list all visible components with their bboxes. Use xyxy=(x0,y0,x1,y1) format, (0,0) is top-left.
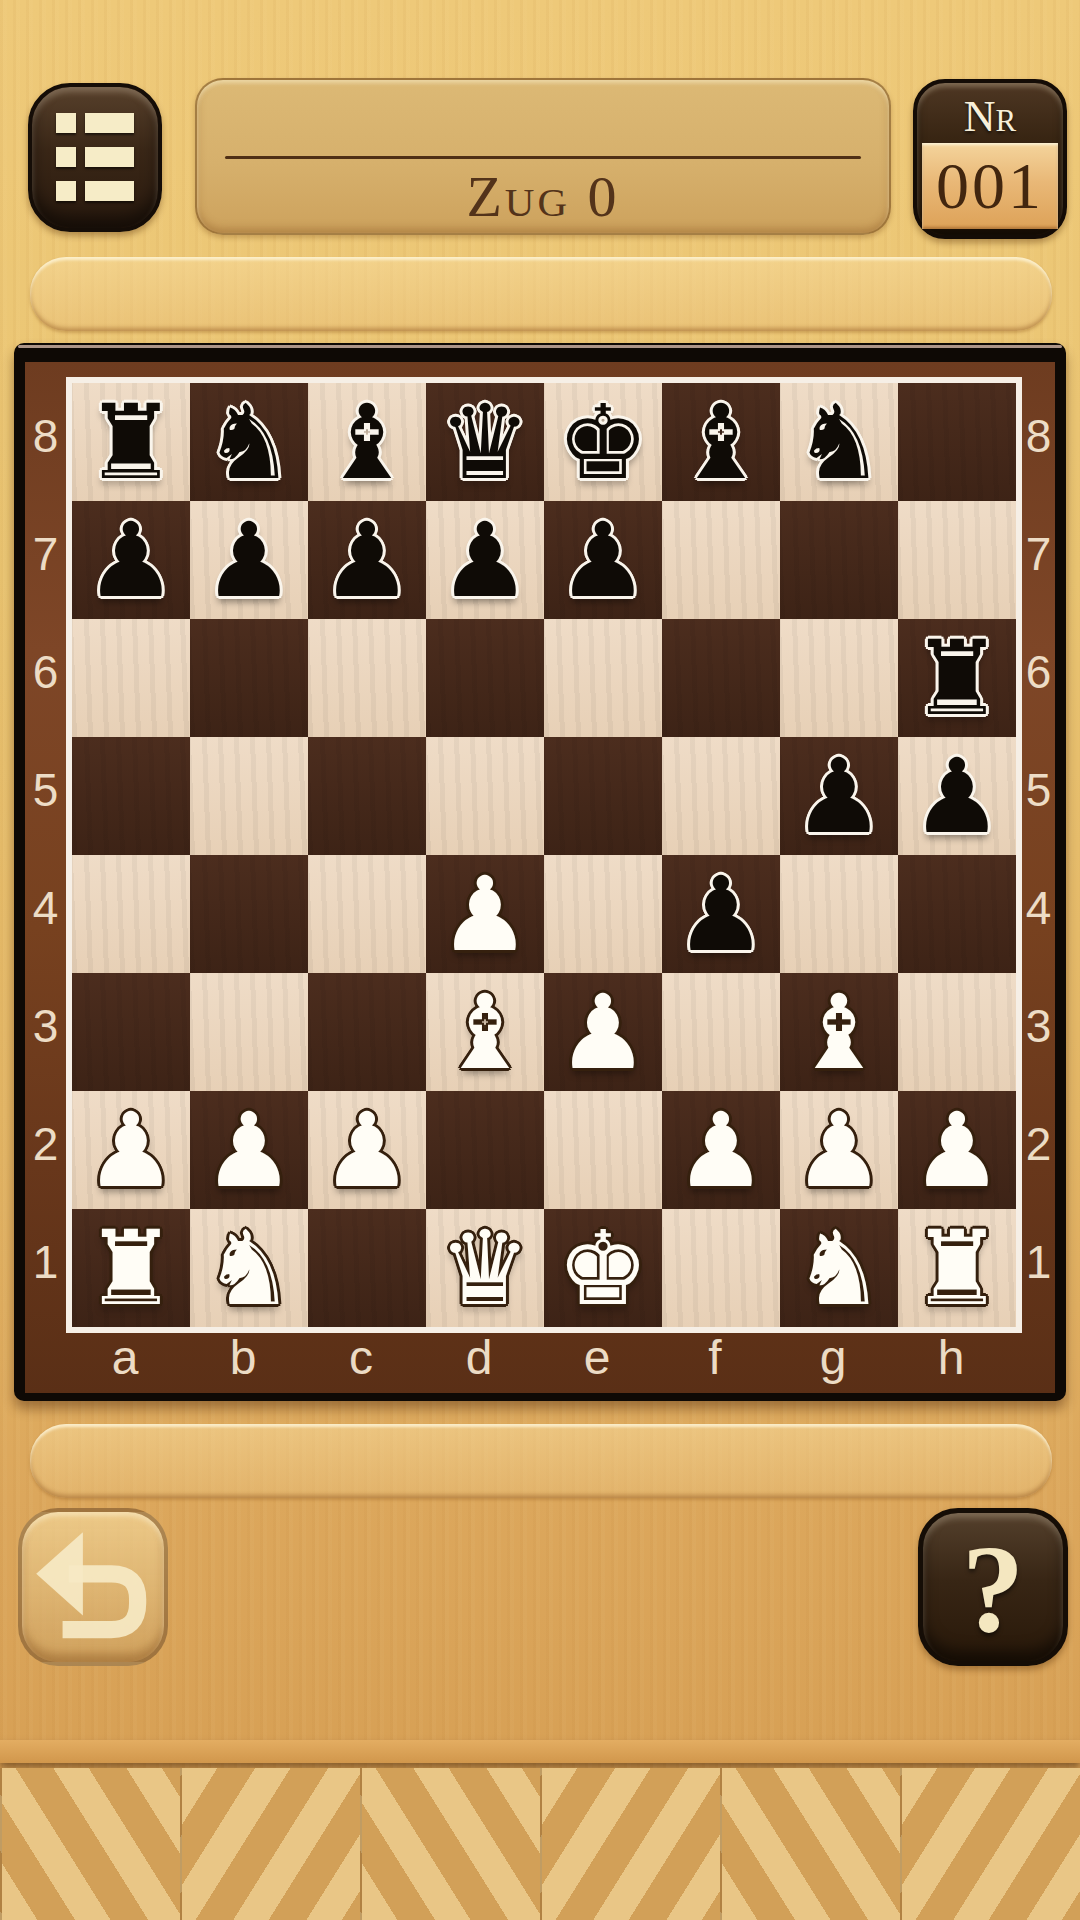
move-status-panel: Zug 0 xyxy=(195,78,891,235)
square-f1[interactable] xyxy=(662,1209,780,1327)
square-b2[interactable]: ♟ xyxy=(190,1091,308,1209)
menu-button[interactable] xyxy=(28,83,162,232)
piece-black-rook: ♜ xyxy=(85,383,177,501)
rank-label-5: 5 xyxy=(25,731,66,849)
square-d4[interactable]: ♟ xyxy=(426,855,544,973)
file-label-h: h xyxy=(892,1327,1010,1387)
game-number-badge: Nr 001 xyxy=(913,79,1067,239)
game-number-band: 001 xyxy=(922,143,1058,229)
square-g1[interactable]: ♞ xyxy=(780,1209,898,1327)
piece-white-pawn: ♟ xyxy=(557,973,649,1091)
file-label-c: c xyxy=(302,1327,420,1387)
game-number-value: 001 xyxy=(922,153,1058,219)
piece-black-pawn: ♟ xyxy=(793,737,885,855)
square-h5[interactable]: ♟ xyxy=(898,737,1016,855)
square-b1[interactable]: ♞ xyxy=(190,1209,308,1327)
square-f4[interactable]: ♟ xyxy=(662,855,780,973)
square-h6[interactable]: ♜ xyxy=(898,619,1016,737)
piece-black-queen: ♛ xyxy=(439,383,531,501)
piece-white-king: ♚ xyxy=(557,1209,649,1327)
square-b7[interactable]: ♟ xyxy=(190,501,308,619)
square-b8[interactable]: ♞ xyxy=(190,383,308,501)
chess-board-border: 87654321 87654321 ♜♞♝♛♚♝♞♟♟♟♟♟♜♟♟♟♟♝♟♝♟♟… xyxy=(25,362,1055,1393)
piece-white-pawn: ♟ xyxy=(203,1091,295,1209)
piece-white-rook: ♜ xyxy=(911,1209,1003,1327)
square-a3[interactable] xyxy=(72,973,190,1091)
square-g7[interactable] xyxy=(780,501,898,619)
piece-white-queen: ♛ xyxy=(439,1209,531,1327)
square-h1[interactable]: ♜ xyxy=(898,1209,1016,1327)
rank-label-2: 2 xyxy=(25,1085,66,1203)
square-f3[interactable] xyxy=(662,973,780,1091)
rank-label-4: 4 xyxy=(25,849,66,967)
piece-black-bishop: ♝ xyxy=(675,383,767,501)
square-e2[interactable] xyxy=(544,1091,662,1209)
rank-label-8: 8 xyxy=(25,377,66,495)
piece-black-knight: ♞ xyxy=(793,383,885,501)
square-d3[interactable]: ♝ xyxy=(426,973,544,1091)
question-mark-icon: ? xyxy=(923,1519,1063,1659)
piece-white-bishop: ♝ xyxy=(439,973,531,1091)
square-e4[interactable] xyxy=(544,855,662,973)
square-f5[interactable] xyxy=(662,737,780,855)
floor-plank xyxy=(0,1740,1080,1763)
piece-white-pawn: ♟ xyxy=(675,1091,767,1209)
square-a6[interactable] xyxy=(72,619,190,737)
square-e6[interactable] xyxy=(544,619,662,737)
square-h2[interactable]: ♟ xyxy=(898,1091,1016,1209)
square-g8[interactable]: ♞ xyxy=(780,383,898,501)
piece-black-pawn: ♟ xyxy=(203,501,295,619)
square-g6[interactable] xyxy=(780,619,898,737)
rank-labels-right: 87654321 xyxy=(1022,377,1055,1321)
parquet-pattern xyxy=(0,1768,1080,1920)
piece-white-pawn: ♟ xyxy=(85,1091,177,1209)
square-g4[interactable] xyxy=(780,855,898,973)
square-e8[interactable]: ♚ xyxy=(544,383,662,501)
piece-white-bishop: ♝ xyxy=(793,973,885,1091)
piece-white-knight: ♞ xyxy=(793,1209,885,1327)
piece-black-bishop: ♝ xyxy=(321,383,413,501)
panel-divider xyxy=(225,156,861,159)
piece-white-pawn: ♟ xyxy=(321,1091,413,1209)
square-b3[interactable] xyxy=(190,973,308,1091)
square-b6[interactable] xyxy=(190,619,308,737)
file-label-g: g xyxy=(774,1327,892,1387)
square-h8[interactable] xyxy=(898,383,1016,501)
rank-label-5: 5 xyxy=(1022,731,1055,849)
piece-white-pawn: ♟ xyxy=(793,1091,885,1209)
rank-label-7: 7 xyxy=(1022,495,1055,613)
square-d8[interactable]: ♛ xyxy=(426,383,544,501)
square-e5[interactable] xyxy=(544,737,662,855)
square-h7[interactable] xyxy=(898,501,1016,619)
rank-label-7: 7 xyxy=(25,495,66,613)
piece-black-knight: ♞ xyxy=(203,383,295,501)
square-d5[interactable] xyxy=(426,737,544,855)
square-e1[interactable]: ♚ xyxy=(544,1209,662,1327)
undo-button[interactable] xyxy=(18,1508,168,1666)
piece-white-pawn: ♟ xyxy=(911,1091,1003,1209)
square-g5[interactable]: ♟ xyxy=(780,737,898,855)
square-e7[interactable]: ♟ xyxy=(544,501,662,619)
chess-board-frame: 87654321 87654321 ♜♞♝♛♚♝♞♟♟♟♟♟♜♟♟♟♟♝♟♝♟♟… xyxy=(14,343,1066,1401)
square-b5[interactable] xyxy=(190,737,308,855)
rank-label-8: 8 xyxy=(1022,377,1055,495)
rank-label-6: 6 xyxy=(25,613,66,731)
rank-label-4: 4 xyxy=(1022,849,1055,967)
square-c7[interactable]: ♟ xyxy=(308,501,426,619)
top-message-bar xyxy=(30,257,1052,331)
file-label-f: f xyxy=(656,1327,774,1387)
square-h4[interactable] xyxy=(898,855,1016,973)
piece-black-pawn: ♟ xyxy=(675,855,767,973)
square-c3[interactable] xyxy=(308,973,426,1091)
chess-board: ♜♞♝♛♚♝♞♟♟♟♟♟♜♟♟♟♟♝♟♝♟♟♟♟♟♟♜♞♛♚♞♜ xyxy=(66,377,1022,1333)
piece-white-rook: ♜ xyxy=(85,1209,177,1327)
piece-white-knight: ♞ xyxy=(203,1209,295,1327)
file-label-b: b xyxy=(184,1327,302,1387)
file-labels: abcdefgh xyxy=(66,1327,1010,1387)
move-counter-label: Zug 0 xyxy=(197,168,889,226)
square-c2[interactable]: ♟ xyxy=(308,1091,426,1209)
file-label-d: d xyxy=(420,1327,538,1387)
square-a1[interactable]: ♜ xyxy=(72,1209,190,1327)
square-d1[interactable]: ♛ xyxy=(426,1209,544,1327)
square-a2[interactable]: ♟ xyxy=(72,1091,190,1209)
game-number-title: Nr xyxy=(917,91,1063,142)
rank-label-1: 1 xyxy=(1022,1203,1055,1321)
rank-label-3: 3 xyxy=(1022,967,1055,1085)
rank-labels-left: 87654321 xyxy=(25,377,66,1321)
undo-arrow-icon xyxy=(22,1512,164,1662)
square-g3[interactable]: ♝ xyxy=(780,973,898,1091)
file-label-a: a xyxy=(66,1327,184,1387)
square-g2[interactable]: ♟ xyxy=(780,1091,898,1209)
square-d7[interactable]: ♟ xyxy=(426,501,544,619)
chess-app-screen: { "header": { "move_label": "Zug 0", "co… xyxy=(0,0,1080,1920)
square-d2[interactable] xyxy=(426,1091,544,1209)
square-c1[interactable] xyxy=(308,1209,426,1327)
menu-list-icon xyxy=(56,113,134,201)
file-label-e: e xyxy=(538,1327,656,1387)
square-a4[interactable] xyxy=(72,855,190,973)
square-c4[interactable] xyxy=(308,855,426,973)
square-d6[interactable] xyxy=(426,619,544,737)
square-a7[interactable]: ♟ xyxy=(72,501,190,619)
piece-white-pawn: ♟ xyxy=(439,855,531,973)
rank-label-3: 3 xyxy=(25,967,66,1085)
piece-black-king: ♚ xyxy=(557,383,649,501)
help-button[interactable]: ? xyxy=(918,1508,1068,1666)
square-e3[interactable]: ♟ xyxy=(544,973,662,1091)
piece-black-rook: ♜ xyxy=(911,619,1003,737)
rank-label-1: 1 xyxy=(25,1203,66,1321)
square-f6[interactable] xyxy=(662,619,780,737)
square-h3[interactable] xyxy=(898,973,1016,1091)
piece-black-pawn: ♟ xyxy=(911,737,1003,855)
square-c5[interactable] xyxy=(308,737,426,855)
square-c8[interactable]: ♝ xyxy=(308,383,426,501)
square-f7[interactable] xyxy=(662,501,780,619)
square-f8[interactable]: ♝ xyxy=(662,383,780,501)
square-c6[interactable] xyxy=(308,619,426,737)
piece-black-pawn: ♟ xyxy=(321,501,413,619)
piece-black-pawn: ♟ xyxy=(85,501,177,619)
square-a5[interactable] xyxy=(72,737,190,855)
piece-black-pawn: ♟ xyxy=(557,501,649,619)
rank-label-2: 2 xyxy=(1022,1085,1055,1203)
parquet-floor xyxy=(0,1740,1080,1920)
rank-label-6: 6 xyxy=(1022,613,1055,731)
square-b4[interactable] xyxy=(190,855,308,973)
board-grid: ♜♞♝♛♚♝♞♟♟♟♟♟♜♟♟♟♟♝♟♝♟♟♟♟♟♟♜♞♛♚♞♜ xyxy=(72,383,1016,1327)
piece-black-pawn: ♟ xyxy=(439,501,531,619)
square-f2[interactable]: ♟ xyxy=(662,1091,780,1209)
bottom-message-bar xyxy=(30,1424,1052,1498)
square-a8[interactable]: ♜ xyxy=(72,383,190,501)
